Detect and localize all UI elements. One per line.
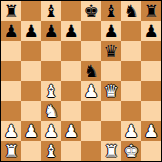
square-d7[interactable]: ♟ (61, 21, 81, 41)
square-h2[interactable]: ♟ (141, 121, 161, 141)
square-g2[interactable]: ♟ (121, 121, 141, 141)
square-c8[interactable]: ♝ (41, 1, 61, 21)
square-c3[interactable]: ♞ (41, 101, 61, 121)
square-d3[interactable] (61, 101, 81, 121)
square-e2[interactable] (81, 121, 101, 141)
black-pawn[interactable]: ♟ (103, 21, 118, 41)
black-rook[interactable]: ♜ (3, 1, 18, 21)
black-knight[interactable]: ♞ (123, 1, 138, 21)
square-b5[interactable] (21, 61, 41, 81)
square-h1[interactable] (141, 141, 161, 161)
square-a3[interactable] (1, 101, 21, 121)
black-bishop[interactable]: ♝ (103, 1, 118, 21)
square-f8[interactable]: ♝ (101, 1, 121, 21)
square-a6[interactable] (1, 41, 21, 61)
square-g8[interactable]: ♞ (121, 1, 141, 21)
white-queen[interactable]: ♛ (103, 81, 118, 101)
square-h8[interactable]: ♜ (141, 1, 161, 21)
square-d6[interactable] (61, 41, 81, 61)
square-b6[interactable] (21, 41, 41, 61)
square-c6[interactable] (41, 41, 61, 61)
square-h4[interactable] (141, 81, 161, 101)
black-pawn[interactable]: ♟ (3, 21, 18, 41)
square-g5[interactable] (121, 61, 141, 81)
black-pawn[interactable]: ♟ (63, 21, 78, 41)
square-b1[interactable] (21, 141, 41, 161)
square-c4[interactable]: ♝ (41, 81, 61, 101)
square-g3[interactable] (121, 101, 141, 121)
square-b8[interactable] (21, 1, 41, 21)
white-rook[interactable]: ♜ (3, 141, 18, 161)
square-e1[interactable] (81, 141, 101, 161)
white-knight[interactable]: ♞ (43, 101, 58, 121)
square-e6[interactable] (81, 41, 101, 61)
white-bishop[interactable]: ♝ (43, 141, 58, 161)
black-rook[interactable]: ♜ (143, 1, 158, 21)
white-pawn[interactable]: ♟ (63, 121, 78, 141)
square-h7[interactable]: ♟ (141, 21, 161, 41)
white-pawn[interactable]: ♟ (123, 121, 138, 141)
white-pawn[interactable]: ♟ (143, 121, 158, 141)
square-f7[interactable]: ♟ (101, 21, 121, 41)
black-bishop[interactable]: ♝ (43, 1, 58, 21)
square-f6[interactable]: ♛ (101, 41, 121, 61)
square-f1[interactable]: ♜ (101, 141, 121, 161)
square-d2[interactable]: ♟ (61, 121, 81, 141)
square-g1[interactable]: ♚ (121, 141, 141, 161)
white-pawn[interactable]: ♟ (3, 121, 18, 141)
square-c1[interactable]: ♝ (41, 141, 61, 161)
black-pawn[interactable]: ♟ (143, 21, 158, 41)
square-a2[interactable]: ♟ (1, 121, 21, 141)
square-c7[interactable]: ♟ (41, 21, 61, 41)
square-a1[interactable]: ♜ (1, 141, 21, 161)
square-d8[interactable] (61, 1, 81, 21)
black-pawn[interactable]: ♟ (43, 21, 58, 41)
square-g4[interactable] (121, 81, 141, 101)
white-pawn[interactable]: ♟ (43, 121, 58, 141)
square-f4[interactable]: ♛ (101, 81, 121, 101)
square-e5[interactable]: ♞ (81, 61, 101, 81)
square-h3[interactable] (141, 101, 161, 121)
black-knight[interactable]: ♞ (83, 61, 98, 81)
square-a4[interactable] (1, 81, 21, 101)
square-d4[interactable] (61, 81, 81, 101)
square-b2[interactable]: ♟ (21, 121, 41, 141)
square-c2[interactable]: ♟ (41, 121, 61, 141)
square-b7[interactable]: ♟ (21, 21, 41, 41)
square-d1[interactable] (61, 141, 81, 161)
black-pawn[interactable]: ♟ (23, 21, 38, 41)
chess-board: ♜♝♚♝♞♜♟♟♟♟♟♟♛♞♝♟♛♞♟♟♟♟♟♟♜♝♜♚ (0, 0, 162, 162)
square-e7[interactable] (81, 21, 101, 41)
square-h6[interactable] (141, 41, 161, 61)
square-a7[interactable]: ♟ (1, 21, 21, 41)
black-queen[interactable]: ♛ (103, 41, 118, 61)
square-g6[interactable] (121, 41, 141, 61)
square-a5[interactable] (1, 61, 21, 81)
square-e8[interactable]: ♚ (81, 1, 101, 21)
white-rook[interactable]: ♜ (103, 141, 118, 161)
square-g7[interactable] (121, 21, 141, 41)
square-f5[interactable] (101, 61, 121, 81)
square-f3[interactable] (101, 101, 121, 121)
white-pawn[interactable]: ♟ (23, 121, 38, 141)
white-bishop[interactable]: ♝ (43, 81, 58, 101)
white-pawn[interactable]: ♟ (83, 81, 98, 101)
square-d5[interactable] (61, 61, 81, 81)
white-king[interactable]: ♚ (123, 141, 138, 161)
square-e4[interactable]: ♟ (81, 81, 101, 101)
square-c5[interactable] (41, 61, 61, 81)
square-a8[interactable]: ♜ (1, 1, 21, 21)
square-b3[interactable] (21, 101, 41, 121)
square-f2[interactable] (101, 121, 121, 141)
square-b4[interactable] (21, 81, 41, 101)
black-king[interactable]: ♚ (83, 1, 98, 21)
square-h5[interactable] (141, 61, 161, 81)
square-e3[interactable] (81, 101, 101, 121)
